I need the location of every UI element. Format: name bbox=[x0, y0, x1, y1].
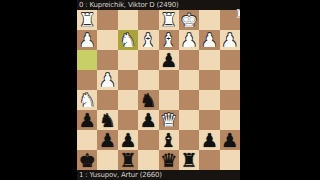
square-f3[interactable] bbox=[118, 50, 138, 70]
square-g1[interactable] bbox=[97, 10, 117, 30]
square-c8[interactable]: ♜ bbox=[179, 150, 199, 170]
bottom-player-bar: 1 : Yusupov, Artur (2660) bbox=[77, 170, 240, 180]
square-c1[interactable]: ♚ bbox=[179, 10, 199, 30]
square-b7[interactable]: ♟ bbox=[199, 130, 219, 150]
square-e2[interactable]: ♝ bbox=[138, 30, 158, 50]
square-d7[interactable]: ♝ bbox=[159, 130, 179, 150]
square-e8[interactable] bbox=[138, 150, 158, 170]
square-g6[interactable]: ♞ bbox=[97, 110, 117, 130]
white-pawn-b2[interactable]: ♟ bbox=[201, 30, 218, 49]
white-knight-f2[interactable]: ♞ bbox=[119, 30, 136, 49]
white-king-c1[interactable]: ♚ bbox=[181, 10, 198, 29]
square-c6[interactable] bbox=[179, 110, 199, 130]
square-f4[interactable] bbox=[118, 70, 138, 90]
black-king-h8[interactable]: ♚ bbox=[79, 150, 96, 169]
square-e7[interactable] bbox=[138, 130, 158, 150]
bottom-player-label: 1 : Yusupov, Artur (2660) bbox=[79, 171, 162, 179]
square-c4[interactable] bbox=[179, 70, 199, 90]
square-d6[interactable]: ♛ bbox=[159, 110, 179, 130]
square-a6[interactable] bbox=[220, 110, 240, 130]
black-bishop-d7[interactable]: ♝ bbox=[160, 130, 177, 149]
square-e6[interactable]: ♟ bbox=[138, 110, 158, 130]
square-b4[interactable] bbox=[199, 70, 219, 90]
square-g2[interactable] bbox=[97, 30, 117, 50]
white-pawn-a2[interactable]: ♟ bbox=[221, 30, 238, 49]
black-pawn-h6[interactable]: ♟ bbox=[79, 110, 96, 129]
square-g8[interactable] bbox=[97, 150, 117, 170]
white-pawn-g4[interactable]: ♟ bbox=[99, 70, 116, 89]
square-a2[interactable]: ♟ bbox=[220, 30, 240, 50]
white-rook-d1[interactable]: ♜ bbox=[160, 10, 177, 29]
square-d1[interactable]: ♜ bbox=[159, 10, 179, 30]
square-b1[interactable] bbox=[199, 10, 219, 30]
black-knight-e5[interactable]: ♞ bbox=[140, 90, 157, 109]
square-h5[interactable]: ♞ bbox=[77, 90, 97, 110]
white-bishop-e2[interactable]: ♝ bbox=[140, 30, 157, 49]
square-f6[interactable] bbox=[118, 110, 138, 130]
square-d2[interactable]: ♝ bbox=[159, 30, 179, 50]
black-pawn-b7[interactable]: ♟ bbox=[201, 130, 218, 149]
square-c7[interactable] bbox=[179, 130, 199, 150]
white-queen-d6[interactable]: ♛ bbox=[160, 110, 177, 129]
square-a7[interactable]: ♟ bbox=[220, 130, 240, 150]
square-e3[interactable] bbox=[138, 50, 158, 70]
square-f1[interactable] bbox=[118, 10, 138, 30]
white-knight-h5[interactable]: ♞ bbox=[79, 90, 96, 109]
square-g5[interactable] bbox=[97, 90, 117, 110]
chess-board[interactable]: ♜♜♚♟♞♝♝♟♟♟♟♟♞♞♟♞♟♛♟♟♝♟♟♚♜♛♜ bbox=[77, 10, 240, 170]
square-a5[interactable] bbox=[220, 90, 240, 110]
square-a8[interactable] bbox=[220, 150, 240, 170]
square-f7[interactable]: ♟ bbox=[118, 130, 138, 150]
square-d4[interactable] bbox=[159, 70, 179, 90]
black-queen-d8[interactable]: ♛ bbox=[160, 150, 177, 169]
square-h2[interactable]: ♟ bbox=[77, 30, 97, 50]
square-d8[interactable]: ♛ bbox=[159, 150, 179, 170]
square-d3[interactable]: ♟ bbox=[159, 50, 179, 70]
black-pawn-a7[interactable]: ♟ bbox=[221, 130, 238, 149]
square-b5[interactable] bbox=[199, 90, 219, 110]
square-g7[interactable]: ♟ bbox=[97, 130, 117, 150]
square-c3[interactable] bbox=[179, 50, 199, 70]
black-pawn-g7[interactable]: ♟ bbox=[99, 130, 116, 149]
black-pawn-e6[interactable]: ♟ bbox=[140, 110, 157, 129]
top-player-bar: 0 : Kupreichik, Viktor D (2490) bbox=[77, 0, 240, 10]
square-c2[interactable]: ♟ bbox=[179, 30, 199, 50]
square-f8[interactable]: ♜ bbox=[118, 150, 138, 170]
white-bishop-d2[interactable]: ♝ bbox=[160, 30, 177, 49]
square-f5[interactable] bbox=[118, 90, 138, 110]
square-f2[interactable]: ♞ bbox=[118, 30, 138, 50]
square-g4[interactable]: ♟ bbox=[97, 70, 117, 90]
square-d5[interactable] bbox=[159, 90, 179, 110]
white-rook-h1[interactable]: ♜ bbox=[79, 10, 96, 29]
square-h8[interactable]: ♚ bbox=[77, 150, 97, 170]
black-pawn-d3[interactable]: ♟ bbox=[160, 50, 177, 69]
black-rook-c8[interactable]: ♜ bbox=[181, 150, 198, 169]
square-h4[interactable] bbox=[77, 70, 97, 90]
square-b8[interactable] bbox=[199, 150, 219, 170]
square-c5[interactable] bbox=[179, 90, 199, 110]
square-h6[interactable]: ♟ bbox=[77, 110, 97, 130]
square-b3[interactable] bbox=[199, 50, 219, 70]
square-a3[interactable] bbox=[220, 50, 240, 70]
black-knight-g6[interactable]: ♞ bbox=[99, 110, 116, 129]
rook-icon: ♜ bbox=[235, 8, 240, 21]
square-g3[interactable] bbox=[97, 50, 117, 70]
square-e4[interactable] bbox=[138, 70, 158, 90]
black-pawn-f7[interactable]: ♟ bbox=[119, 130, 136, 149]
square-b6[interactable] bbox=[199, 110, 219, 130]
white-pawn-c2[interactable]: ♟ bbox=[181, 30, 198, 49]
square-h1[interactable]: ♜ bbox=[77, 10, 97, 30]
white-pawn-h2[interactable]: ♟ bbox=[79, 30, 96, 49]
square-h7[interactable] bbox=[77, 130, 97, 150]
board-panel: 0 : Kupreichik, Viktor D (2490) ♜♜♚♟♞♝♝♟… bbox=[77, 0, 240, 180]
black-rook-f8[interactable]: ♜ bbox=[119, 150, 136, 169]
square-e5[interactable]: ♞ bbox=[138, 90, 158, 110]
square-b2[interactable]: ♟ bbox=[199, 30, 219, 50]
top-player-label: 0 : Kupreichik, Viktor D (2490) bbox=[79, 1, 179, 9]
clipped-piece-artifact: ♜ bbox=[235, 8, 240, 21]
square-h3[interactable] bbox=[77, 50, 97, 70]
square-e1[interactable] bbox=[138, 10, 158, 30]
square-a4[interactable] bbox=[220, 70, 240, 90]
